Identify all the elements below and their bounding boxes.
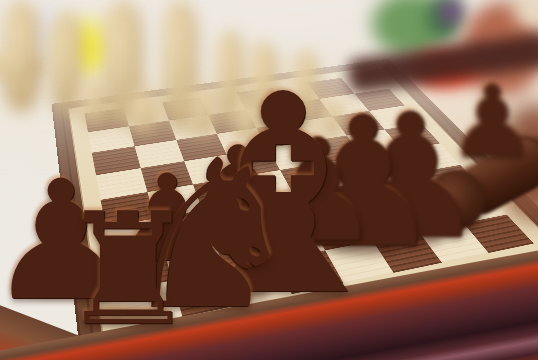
chess-photo-scene: ♟♜♟♟♞♝♟♟♟♟ (0, 0, 538, 360)
black-rook[interactable]: ♜ (51, 192, 206, 347)
pieces-layer: ♟♜♟♟♞♝♟♟♟♟ (0, 0, 538, 360)
